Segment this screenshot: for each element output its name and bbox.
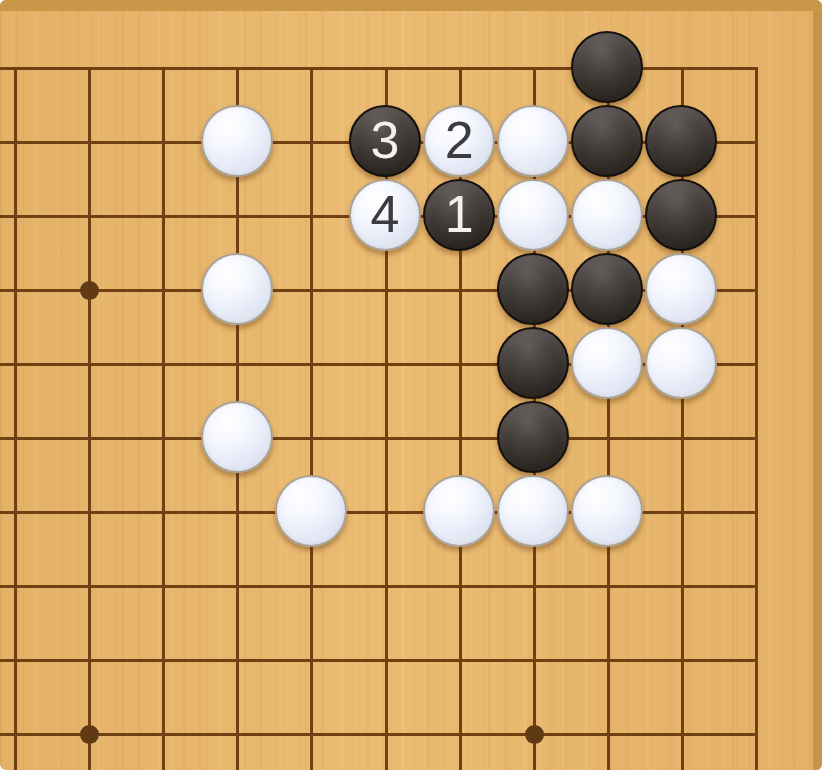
stone-white-Q13	[497, 475, 569, 547]
star-point-K16	[80, 281, 99, 300]
move-number-label: 2	[445, 114, 474, 166]
stone-white-O17: 4	[349, 179, 421, 251]
stone-black-O18: 3	[349, 105, 421, 177]
stone-white-M14	[201, 401, 273, 473]
stone-white-M18	[201, 105, 273, 177]
stone-white-Q18	[497, 105, 569, 177]
grid-line-horizontal	[0, 585, 758, 588]
go-board-screen: 3241	[0, 0, 822, 770]
move-number-label: 3	[371, 114, 400, 166]
grid-line-vertical	[162, 67, 165, 770]
stone-white-M16	[201, 253, 273, 325]
stone-white-R13	[571, 475, 643, 547]
grid-line-horizontal	[0, 659, 758, 662]
grid-line-horizontal	[0, 733, 758, 736]
grid-line-horizontal	[0, 67, 758, 70]
stone-white-Q17	[497, 179, 569, 251]
grid-line-vertical	[88, 67, 91, 770]
stone-black-R18	[571, 105, 643, 177]
grid-line-vertical	[755, 67, 758, 770]
stone-white-P13	[423, 475, 495, 547]
grid-line-horizontal	[0, 363, 758, 366]
stone-white-N13	[275, 475, 347, 547]
stone-white-R17	[571, 179, 643, 251]
board-top-edge-strip	[0, 0, 822, 11]
move-number-label: 4	[371, 188, 400, 240]
stone-black-S17	[645, 179, 717, 251]
stone-black-Q14	[497, 401, 569, 473]
grid-line-vertical	[310, 67, 313, 770]
board-right-edge-strip	[813, 11, 822, 770]
stone-white-P18: 2	[423, 105, 495, 177]
stone-black-R16	[571, 253, 643, 325]
stone-black-S18	[645, 105, 717, 177]
stone-black-P17: 1	[423, 179, 495, 251]
star-point-K10	[80, 725, 99, 744]
stone-black-R19	[571, 31, 643, 103]
star-point-Q10	[525, 725, 544, 744]
grid-line-horizontal	[0, 437, 758, 440]
stone-black-Q15	[497, 327, 569, 399]
move-number-label: 1	[445, 188, 474, 240]
stone-white-S16	[645, 253, 717, 325]
grid-line-horizontal	[0, 289, 758, 292]
grid-line-horizontal	[0, 511, 758, 514]
stone-black-Q16	[497, 253, 569, 325]
stone-white-R15	[571, 327, 643, 399]
stone-white-S15	[645, 327, 717, 399]
grid-line-vertical	[14, 67, 17, 770]
